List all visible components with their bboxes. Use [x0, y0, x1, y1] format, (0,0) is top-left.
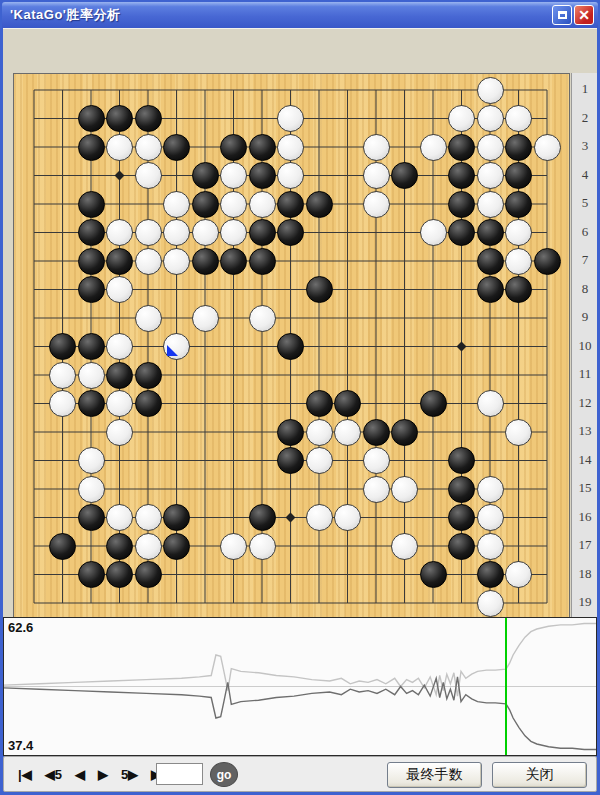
stone-white [391, 476, 418, 503]
stone-black [448, 162, 475, 189]
window-title: 'KataGo'胜率分析 [2, 6, 120, 24]
stone-white [78, 476, 105, 503]
row-label: 14 [579, 452, 592, 468]
stone-black [448, 533, 475, 560]
stone-white [363, 162, 390, 189]
stone-white [106, 390, 133, 417]
katago-analysis-window: 'KataGo'胜率分析 ✕ 1234567891011121314151617… [0, 0, 600, 795]
stone-black [78, 248, 105, 275]
stone-white [306, 504, 333, 531]
stone-white [306, 447, 333, 474]
go-board[interactable] [13, 73, 570, 622]
stone-black [249, 134, 276, 161]
nav-back[interactable]: ◀ [75, 767, 85, 782]
stone-white [420, 219, 447, 246]
row-label: 15 [579, 480, 592, 496]
row-label: 10 [579, 338, 592, 354]
stone-black [448, 219, 475, 246]
stone-black [448, 504, 475, 531]
stone-white [135, 162, 162, 189]
stone-white [477, 590, 504, 617]
row-label: 4 [582, 167, 589, 183]
nav-forward[interactable]: ▶ [98, 767, 108, 782]
winrate-bottom-value: 37.4 [8, 738, 33, 753]
row-label: 7 [582, 252, 589, 268]
stone-white [420, 134, 447, 161]
board-panel: 12345678910111213141516171819 ABCDEFGHIJ… [3, 28, 597, 618]
winrate-graph[interactable]: 62.6 37.4 [3, 617, 597, 756]
stone-black [363, 419, 390, 446]
stone-black [448, 191, 475, 218]
winrate-curves [4, 618, 596, 755]
stone-black [163, 504, 190, 531]
stone-black [249, 504, 276, 531]
stone-white [192, 219, 219, 246]
stone-white [135, 134, 162, 161]
stone-white [277, 134, 304, 161]
stone-white [106, 504, 133, 531]
control-bar: |◀◀5◀▶5▶▶| go 最终手数 关闭 [3, 756, 597, 792]
stone-black [78, 276, 105, 303]
stone-black [135, 362, 162, 389]
stone-white [477, 134, 504, 161]
row-label: 19 [579, 594, 592, 610]
row-label: 6 [582, 224, 589, 240]
row-label: 17 [579, 537, 592, 553]
stone-white [363, 447, 390, 474]
stone-black [477, 219, 504, 246]
stone-white [106, 276, 133, 303]
stone-black [277, 219, 304, 246]
stone-white [277, 162, 304, 189]
stone-black [448, 476, 475, 503]
stone-white [505, 419, 532, 446]
stone-white [135, 504, 162, 531]
winrate-top-value: 62.6 [8, 620, 33, 635]
stone-white [106, 333, 133, 360]
stone-black [220, 248, 247, 275]
last-move-marker [167, 345, 178, 356]
stone-black [306, 276, 333, 303]
stone-white [78, 447, 105, 474]
stone-white [477, 476, 504, 503]
stone-white [163, 248, 190, 275]
stone-white [448, 105, 475, 132]
stone-white [477, 533, 504, 560]
stone-black [106, 248, 133, 275]
stone-black [49, 333, 76, 360]
stone-white [477, 77, 504, 104]
stone-black [78, 561, 105, 588]
stone-white [135, 248, 162, 275]
stone-black [277, 333, 304, 360]
stone-white [505, 105, 532, 132]
stone-black [448, 134, 475, 161]
stone-white [363, 134, 390, 161]
go-button[interactable]: go [210, 762, 238, 787]
stone-black [78, 504, 105, 531]
final-moves-button[interactable]: 最终手数 [387, 762, 482, 788]
stone-black [306, 390, 333, 417]
stone-black [220, 134, 247, 161]
stone-white [505, 219, 532, 246]
stone-black [277, 447, 304, 474]
stone-black [477, 248, 504, 275]
stone-white [220, 191, 247, 218]
stone-black [192, 191, 219, 218]
stone-black [391, 419, 418, 446]
stone-black [78, 105, 105, 132]
stone-white [306, 419, 333, 446]
stone-black [249, 162, 276, 189]
stone-black [78, 219, 105, 246]
stone-black [49, 533, 76, 560]
row-label: 16 [579, 509, 592, 525]
stone-black [135, 105, 162, 132]
close-icon: ✕ [578, 8, 590, 22]
stone-black [277, 191, 304, 218]
stone-black [192, 162, 219, 189]
row-label: 11 [579, 366, 592, 382]
nav-back-5[interactable]: ◀5 [45, 767, 62, 782]
stone-white [534, 134, 561, 161]
stone-white [391, 533, 418, 560]
stone-white [363, 191, 390, 218]
nav-forward-5[interactable]: 5▶ [121, 767, 138, 782]
row-label: 9 [582, 309, 589, 325]
stone-white [192, 305, 219, 332]
stone-black [391, 162, 418, 189]
stone-white [49, 390, 76, 417]
stone-black [448, 447, 475, 474]
row-label: 3 [582, 138, 589, 154]
stone-black [306, 191, 333, 218]
stone-black [534, 248, 561, 275]
stone-white [249, 305, 276, 332]
row-coordinates: 12345678910111213141516171819 [571, 73, 597, 643]
row-label: 18 [579, 566, 592, 582]
stone-white [477, 105, 504, 132]
stone-white [277, 105, 304, 132]
stone-black [78, 191, 105, 218]
stone-white [477, 504, 504, 531]
stone-white [477, 162, 504, 189]
stone-black [277, 419, 304, 446]
stone-white [163, 333, 190, 360]
close-button[interactable]: ✕ [574, 5, 594, 25]
move-number-input[interactable] [156, 763, 203, 785]
stone-black [106, 561, 133, 588]
stone-black [135, 390, 162, 417]
stone-black [420, 390, 447, 417]
stone-white [220, 162, 247, 189]
stone-white [505, 561, 532, 588]
stone-white [135, 219, 162, 246]
row-label: 5 [582, 195, 589, 211]
title-bar[interactable]: 'KataGo'胜率分析 ✕ [2, 2, 598, 28]
row-label: 8 [582, 281, 589, 297]
nav-first[interactable]: |◀ [18, 767, 32, 782]
stone-white [249, 533, 276, 560]
stone-black [249, 219, 276, 246]
stone-black [106, 362, 133, 389]
stone-white [249, 191, 276, 218]
stone-black [420, 561, 447, 588]
stone-white [220, 219, 247, 246]
stone-white [106, 419, 133, 446]
stone-black [477, 276, 504, 303]
stone-black [505, 162, 532, 189]
stone-white [49, 362, 76, 389]
maximize-button[interactable] [552, 5, 572, 25]
row-label: 13 [579, 423, 592, 439]
stone-white [334, 419, 361, 446]
stone-white [220, 533, 247, 560]
stone-black [78, 390, 105, 417]
stone-white [477, 390, 504, 417]
row-label: 2 [582, 110, 589, 126]
stone-black [163, 533, 190, 560]
stone-black [505, 276, 532, 303]
stone-white [477, 191, 504, 218]
stone-black [505, 191, 532, 218]
stone-black [163, 134, 190, 161]
stone-white [78, 362, 105, 389]
stone-white [106, 219, 133, 246]
close-dialog-button[interactable]: 关闭 [492, 762, 587, 788]
stone-white [363, 476, 390, 503]
row-label: 1 [582, 81, 589, 97]
stone-white [334, 504, 361, 531]
stone-black [477, 561, 504, 588]
stone-black [106, 105, 133, 132]
stone-black [135, 561, 162, 588]
row-label: 12 [579, 395, 592, 411]
stone-black [192, 248, 219, 275]
stone-white [106, 134, 133, 161]
stone-white [135, 305, 162, 332]
stone-black [78, 333, 105, 360]
maximize-icon [558, 11, 567, 19]
stone-black [334, 390, 361, 417]
stone-black [106, 533, 133, 560]
stone-white [163, 219, 190, 246]
stone-white [505, 248, 532, 275]
stone-black [505, 134, 532, 161]
stone-white [135, 533, 162, 560]
stone-white [163, 191, 190, 218]
stone-black [78, 134, 105, 161]
stone-black [249, 248, 276, 275]
